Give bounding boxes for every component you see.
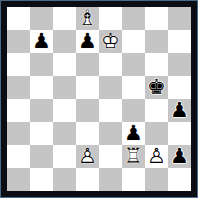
black-pawn-glyph: ♟	[76, 29, 99, 52]
piece-white-king-e7[interactable]: ♚♔	[99, 30, 122, 53]
square-c3[interactable]	[53, 122, 76, 145]
square-h7[interactable]	[168, 30, 191, 53]
square-d5[interactable]	[76, 76, 99, 99]
square-f4[interactable]	[122, 99, 145, 122]
square-f5[interactable]	[122, 76, 145, 99]
square-b1[interactable]	[30, 168, 53, 191]
piece-white-bishop-d8[interactable]: ♝♗	[76, 7, 99, 30]
piece-white-pawn-d2[interactable]: ♟♙	[76, 145, 99, 168]
square-a1[interactable]	[7, 168, 30, 191]
square-b4[interactable]	[30, 99, 53, 122]
square-c5[interactable]	[53, 76, 76, 99]
square-c1[interactable]	[53, 168, 76, 191]
square-c8[interactable]	[53, 7, 76, 30]
square-d6[interactable]	[76, 53, 99, 76]
square-f1[interactable]	[122, 168, 145, 191]
white-rook-outline-glyph: ♖	[122, 144, 145, 167]
square-d3[interactable]	[76, 122, 99, 145]
square-a4[interactable]	[7, 99, 30, 122]
white-bishop-outline-glyph: ♗	[76, 6, 99, 29]
square-e3[interactable]	[99, 122, 122, 145]
square-h1[interactable]	[168, 168, 191, 191]
square-a7[interactable]	[7, 30, 30, 53]
piece-black-pawn-f3[interactable]: ♟	[122, 122, 145, 145]
square-d1[interactable]	[76, 168, 99, 191]
square-h6[interactable]	[168, 53, 191, 76]
square-c2[interactable]	[53, 145, 76, 168]
square-b6[interactable]	[30, 53, 53, 76]
square-g5[interactable]: ♚	[145, 76, 168, 99]
square-f7[interactable]	[122, 30, 145, 53]
piece-white-pawn-g2[interactable]: ♟♙	[145, 145, 168, 168]
square-f3[interactable]: ♟	[122, 122, 145, 145]
square-h2[interactable]: ♟	[168, 145, 191, 168]
square-f2[interactable]: ♜♖	[122, 145, 145, 168]
square-b8[interactable]	[30, 7, 53, 30]
white-pawn-outline-glyph: ♙	[145, 144, 168, 167]
square-a8[interactable]	[7, 7, 30, 30]
piece-black-pawn-d7[interactable]: ♟	[76, 30, 99, 53]
piece-white-rook-f2[interactable]: ♜♖	[122, 145, 145, 168]
black-king-glyph: ♚	[145, 75, 168, 98]
square-f8[interactable]	[122, 7, 145, 30]
black-pawn-glyph: ♟	[122, 121, 145, 144]
square-e5[interactable]	[99, 76, 122, 99]
square-h8[interactable]	[168, 7, 191, 30]
square-e8[interactable]	[99, 7, 122, 30]
square-g2[interactable]: ♟♙	[145, 145, 168, 168]
square-d7[interactable]: ♟	[76, 30, 99, 53]
square-g3[interactable]	[145, 122, 168, 145]
black-pawn-glyph: ♟	[168, 144, 191, 167]
square-b3[interactable]	[30, 122, 53, 145]
black-pawn-glyph: ♟	[30, 29, 53, 52]
square-g1[interactable]	[145, 168, 168, 191]
square-c4[interactable]	[53, 99, 76, 122]
square-e6[interactable]	[99, 53, 122, 76]
square-e1[interactable]	[99, 168, 122, 191]
square-d4[interactable]	[76, 99, 99, 122]
square-g8[interactable]	[145, 7, 168, 30]
square-b5[interactable]	[30, 76, 53, 99]
square-a6[interactable]	[7, 53, 30, 76]
square-a2[interactable]	[7, 145, 30, 168]
square-a3[interactable]	[7, 122, 30, 145]
square-e7[interactable]: ♚♔	[99, 30, 122, 53]
square-c6[interactable]	[53, 53, 76, 76]
piece-black-king-g5[interactable]: ♚	[145, 76, 168, 99]
white-king-outline-glyph: ♔	[99, 29, 122, 52]
square-e2[interactable]	[99, 145, 122, 168]
square-c7[interactable]	[53, 30, 76, 53]
square-a5[interactable]	[7, 76, 30, 99]
square-g6[interactable]	[145, 53, 168, 76]
square-h4[interactable]: ♟	[168, 99, 191, 122]
square-h5[interactable]	[168, 76, 191, 99]
piece-black-pawn-h2[interactable]: ♟	[168, 145, 191, 168]
piece-black-pawn-b7[interactable]: ♟	[30, 30, 53, 53]
square-f6[interactable]	[122, 53, 145, 76]
black-pawn-glyph: ♟	[168, 98, 191, 121]
square-g4[interactable]	[145, 99, 168, 122]
square-g7[interactable]	[145, 30, 168, 53]
chess-board: ♝♗♟♟♚♔♚♟♟♟♙♜♖♟♙♟	[7, 7, 191, 191]
square-e4[interactable]	[99, 99, 122, 122]
piece-black-pawn-h4[interactable]: ♟	[168, 99, 191, 122]
square-b7[interactable]: ♟	[30, 30, 53, 53]
square-h3[interactable]	[168, 122, 191, 145]
board-frame: ♝♗♟♟♚♔♚♟♟♟♙♜♖♟♙♟	[0, 0, 198, 198]
white-pawn-outline-glyph: ♙	[76, 144, 99, 167]
square-b2[interactable]	[30, 145, 53, 168]
chess-diagram: ♝♗♟♟♚♔♚♟♟♟♙♜♖♟♙♟	[0, 0, 198, 198]
square-d8[interactable]: ♝♗	[76, 7, 99, 30]
square-d2[interactable]: ♟♙	[76, 145, 99, 168]
